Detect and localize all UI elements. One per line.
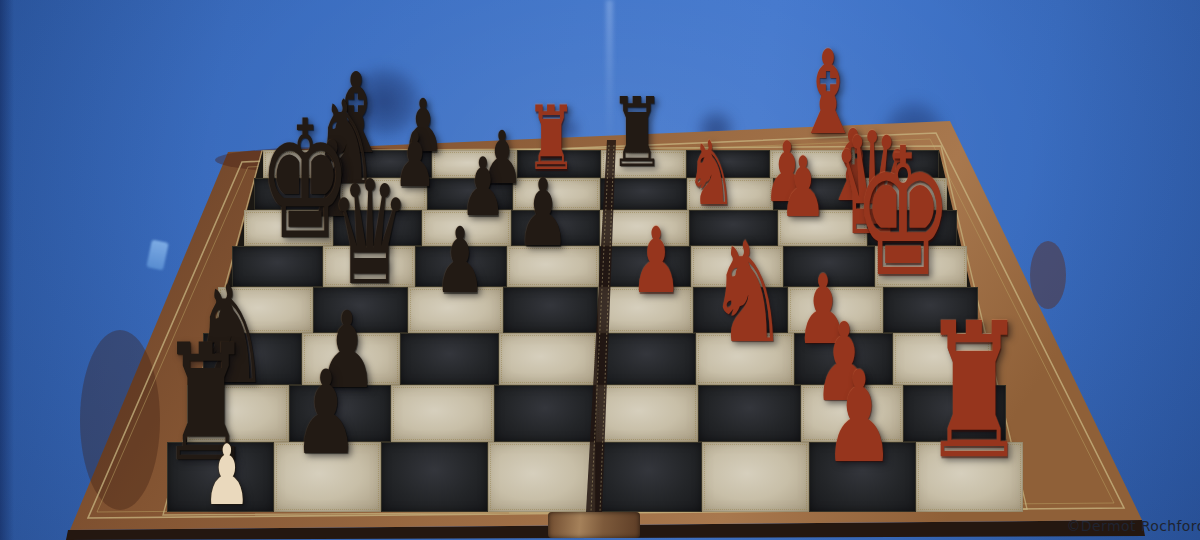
red-rook-glyph: ♜ [921, 299, 1027, 485]
piece-red-rook-r8c8: ♜ [908, 337, 1041, 485]
red-pawn-glyph: ♟ [630, 215, 682, 306]
black-queen-glyph: ♛ [329, 162, 411, 306]
piece-ivory-pawn-r8c1: ♟ [197, 452, 256, 518]
photographer-watermark: ©Dermot Rochford [1066, 518, 1200, 534]
red-king-glyph: ♚ [853, 126, 953, 302]
black-pawn-glyph: ♟ [516, 166, 569, 259]
piece-red-king-r5c8: ♚ [840, 162, 966, 302]
red-pawn-glyph: ♟ [823, 355, 895, 481]
piece-red-knight-r6c6: ♞ [699, 252, 798, 362]
chess-pieces-layer: ♝♟♜♜♝♞♟♟♞♟♝♟♟♝♚♟♛♛♟♟♚♞♟♞♟♜♟♟♟♟♜ [0, 0, 1200, 540]
piece-red-knight-r2c6: ♞ [680, 148, 743, 218]
piece-red-pawn-r5c5: ♟ [624, 234, 689, 306]
photo-background: ♝♟♜♜♝♞♟♟♞♟♝♟♟♝♚♟♛♛♟♟♚♞♟♞♟♜♟♟♟♟♜ ©Dermot … [0, 0, 1200, 540]
piece-black-pawn-r4c4: ♟ [510, 185, 576, 259]
piece-black-pawn-r5c3: ♟ [428, 234, 493, 306]
piece-black-rook-r1c5: ♜ [603, 105, 671, 181]
black-rook-glyph: ♜ [610, 86, 665, 182]
piece-black-pawn-r7c2: ♟ [285, 380, 367, 472]
black-pawn-glyph: ♟ [434, 215, 486, 306]
red-knight-glyph: ♞ [709, 224, 788, 363]
ivory-pawn-glyph: ♟ [203, 435, 250, 518]
red-knight-glyph: ♞ [686, 130, 736, 218]
black-pawn-glyph: ♟ [293, 356, 359, 472]
piece-red-pawn-r8c7: ♟ [814, 381, 904, 481]
